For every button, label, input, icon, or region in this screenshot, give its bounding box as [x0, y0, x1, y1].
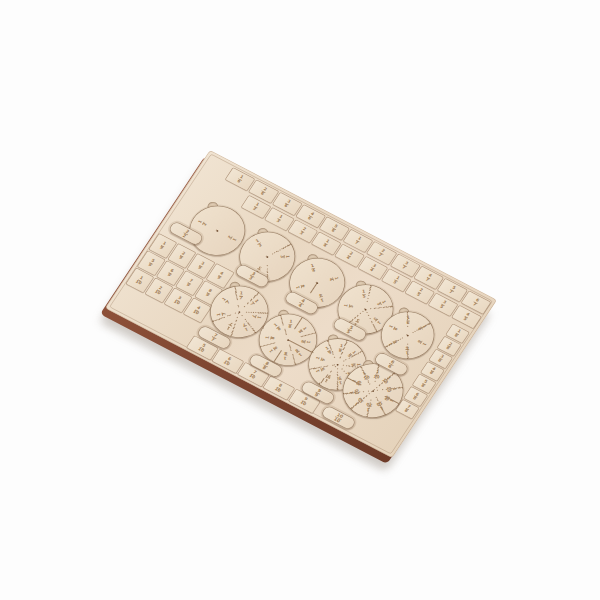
fraction-engraving: 13 [255, 239, 263, 248]
circle-5-sector[interactable]: 15 [344, 301, 355, 311]
circle-5-sector[interactable]: 15 [375, 298, 387, 309]
fraction-engraving: 19 [337, 375, 343, 384]
fraction-engraving: 19 [316, 356, 327, 363]
fraction-engraving: 110 [350, 389, 360, 395]
fraction-engraving: 45 [462, 312, 471, 321]
fraction-engraving: 13 [279, 255, 289, 259]
fraction-engraving: 110 [135, 275, 145, 285]
circle-6-sector[interactable]: 16 [402, 346, 412, 354]
circle-10-sector[interactable]: 110 [363, 402, 375, 411]
fraction-engraving: 14 [318, 293, 324, 302]
fraction-engraving: 110 [373, 370, 381, 380]
fraction-engraving: 19 [324, 373, 333, 382]
fraction-engraving: 34 [369, 263, 378, 272]
fraction-engraving: 56 [330, 224, 339, 233]
fraction-engraving: 18 [273, 323, 282, 332]
fraction-engraving: 46 [306, 212, 315, 221]
fraction-engraving: 16 [236, 175, 245, 184]
circle-7-sector[interactable]: 17 [239, 321, 251, 331]
fraction-engraving: 48 [428, 367, 437, 376]
fraction-engraving: 18 [453, 329, 462, 338]
fraction-engraving: 410 [192, 305, 202, 315]
fraction-engraving: 37 [401, 261, 410, 270]
fraction-engraving: 23 [298, 227, 307, 236]
fraction-engraving: 14 [322, 239, 331, 248]
fraction-engraving: 110 [386, 386, 396, 392]
circle-6-sector[interactable]: 16 [387, 337, 399, 349]
fraction-engraving: 13 [275, 214, 284, 223]
fraction-engraving: 110 [383, 394, 394, 403]
circle-7-sector[interactable]: 17 [250, 311, 261, 322]
fraction-engraving: 17 [354, 236, 363, 245]
fraction-engraving: 79 [185, 278, 194, 287]
circle-center-dot [216, 229, 219, 231]
circle-7-sector[interactable]: 17 [217, 309, 227, 319]
fraction-engraving: 58 [420, 379, 429, 388]
circle-10-sector[interactable]: 110 [350, 388, 360, 398]
circle-10-sector[interactable]: 110 [360, 370, 373, 381]
fraction-engraving: 210 [154, 285, 164, 295]
fraction-engraving: 67 [472, 298, 481, 307]
circle-8-sector[interactable]: 18 [300, 337, 310, 347]
fraction-engraving: 14 [328, 276, 338, 282]
circle-8-sector[interactable]: 18 [296, 324, 309, 336]
fraction-engraving: 910 [299, 396, 309, 406]
circle-10-sector[interactable]: 110 [387, 384, 397, 394]
fraction-engraving: 15 [372, 316, 382, 325]
fraction-engraving: 78 [403, 404, 412, 413]
circle-5-sector[interactable]: 15 [359, 290, 370, 299]
circle-2-sector[interactable]: 12 [197, 217, 210, 229]
fraction-engraving: 110 [381, 375, 392, 385]
fraction-engraving: 59 [147, 258, 156, 267]
fraction-engraving: 12 [227, 234, 238, 242]
fraction-engraving: 89 [204, 288, 213, 297]
fraction-engraving: 49 [216, 271, 225, 280]
circle-9-sector[interactable]: 19 [335, 344, 346, 353]
fraction-engraving: 38 [436, 354, 445, 363]
circle-8-sector[interactable]: 18 [292, 347, 305, 359]
circle-center-dot [372, 390, 375, 392]
fraction-engraving: 66 [387, 359, 396, 369]
fraction-engraving: 18 [294, 348, 303, 357]
fraction-engraving: 110 [376, 401, 385, 411]
circle-5-sector[interactable]: 15 [370, 315, 383, 327]
fraction-engraving: 24 [345, 251, 354, 260]
whole-plugs-layer: 22334455667788991010 [210, 150, 497, 300]
fraction-engraving: 19 [316, 366, 327, 373]
fraction-engraving: 33 [248, 271, 257, 281]
fraction-engraving: 1010 [333, 412, 345, 423]
fraction-engraving: 17 [226, 321, 235, 330]
fraction-engraving: 15 [376, 300, 387, 307]
fraction-engraving: 710 [248, 369, 258, 379]
fraction-engraving: 310 [173, 295, 183, 305]
circle-8-sector[interactable]: 18 [280, 351, 291, 360]
fraction-engraving: 22 [181, 229, 190, 239]
circle-2-sector[interactable]: 12 [226, 232, 239, 244]
circle-4-sector[interactable]: 14 [307, 263, 319, 273]
fraction-engraving: 18 [283, 351, 289, 360]
fraction-engraving: 55 [345, 325, 354, 335]
circle-8-sector[interactable]: 18 [285, 320, 296, 329]
fraction-engraving: 15 [361, 290, 366, 299]
circle-8-sector[interactable]: 18 [265, 333, 275, 343]
fraction-engraving: 18 [269, 345, 279, 353]
fraction-engraving: 610 [223, 356, 233, 366]
fraction-engraving: 810 [274, 383, 284, 393]
fraction-engraving: 12 [198, 219, 209, 227]
circle-8-sector[interactable]: 18 [267, 343, 280, 355]
circle-7-sector[interactable]: 17 [224, 320, 237, 331]
circle-9-sector[interactable]: 19 [345, 348, 358, 360]
fraction-engraving: 16 [405, 345, 409, 354]
fraction-engraving: 19 [158, 241, 167, 250]
fraction-engraving: 44 [297, 298, 306, 308]
fraction-engraving: 29 [178, 251, 187, 260]
circle-7-sector[interactable]: 17 [220, 295, 233, 307]
circle-4-sector[interactable]: 14 [328, 274, 339, 285]
fraction-engraving: 18 [265, 335, 275, 340]
fraction-engraving: 17 [222, 297, 232, 306]
fraction-engraving: 14 [310, 264, 316, 273]
fraction-engraving: 16 [417, 324, 428, 332]
circle-3-sector[interactable]: 13 [280, 252, 289, 261]
fraction-engraving: 14 [296, 284, 306, 290]
fraction-engraving: 68 [411, 392, 420, 401]
circle-7-sector[interactable]: 17 [236, 292, 247, 300]
fraction-engraving: 15 [344, 303, 354, 309]
fraction-engraving: 57 [448, 285, 457, 294]
fraction-engraving: 110 [365, 402, 373, 412]
circle-10-sector[interactable]: 110 [371, 370, 383, 379]
fraction-engraving: 18 [300, 339, 310, 344]
fraction-engraving: 16 [388, 339, 399, 347]
circle-3-sector[interactable]: 13 [253, 238, 266, 249]
fraction-engraving: 16 [389, 324, 400, 332]
fraction-engraving: 17 [249, 299, 259, 307]
fraction-engraving: 17 [251, 313, 262, 319]
fraction-engraving: 77 [210, 332, 219, 342]
fraction-engraving: 18 [288, 320, 294, 329]
circle-center-dot [406, 334, 409, 336]
circle-4-sector[interactable]: 14 [295, 281, 306, 292]
circle-8-sector[interactable]: 18 [271, 321, 284, 333]
circle-9-sector[interactable]: 19 [322, 345, 335, 356]
fraction-engraving: 15 [392, 276, 401, 285]
fraction-engraving: 27 [377, 248, 386, 257]
circle-4-sector[interactable]: 14 [315, 293, 327, 303]
fraction-engraving: 19 [325, 346, 333, 355]
fraction-engraving: 510 [197, 343, 207, 353]
fraction-engraving: 35 [439, 300, 448, 309]
fraction-engraving: 16 [416, 339, 427, 347]
circle-6-sector[interactable]: 16 [403, 317, 413, 325]
fraction-engraving: 25 [415, 288, 424, 297]
circle-center-dot [364, 308, 367, 310]
fraction-engraving: 99 [313, 388, 322, 398]
circle-6-sector[interactable]: 16 [388, 322, 401, 334]
fraction-engraving: 69 [166, 268, 175, 277]
fraction-engraving: 12 [252, 202, 261, 211]
fraction-engraving: 17 [242, 322, 249, 331]
circle-6-sector[interactable]: 16 [416, 322, 428, 334]
circle-center-dot [336, 363, 339, 365]
circle-center-dot [238, 311, 241, 313]
fraction-engraving: 110 [361, 371, 370, 381]
fraction-engraving: 19 [338, 344, 344, 353]
fraction-engraving: 18 [297, 326, 307, 334]
fraction-engraving: 17 [238, 292, 243, 301]
fraction-engraving: 36 [283, 199, 292, 208]
circle-9-sector[interactable]: 19 [322, 372, 335, 383]
circle-center-dot [287, 339, 290, 341]
fraction-engraving: 17 [217, 312, 227, 317]
circle-7-sector[interactable]: 17 [248, 297, 261, 309]
fraction-engraving: 16 [406, 316, 410, 325]
fraction-engraving: 88 [261, 361, 270, 371]
fraction-engraving: 19 [346, 350, 356, 358]
fraction-engraving: 28 [445, 342, 454, 351]
circle-center-dot [316, 282, 319, 284]
circle-center-dot [266, 256, 269, 258]
fraction-engraving: 39 [197, 261, 206, 270]
fraction-engraving: 26 [259, 187, 268, 196]
fraction-engraving: 47 [424, 273, 433, 282]
circle-6-sector[interactable]: 16 [415, 337, 428, 349]
product-photo-scene: 1626364656172737475767 12132314243415253… [0, 0, 600, 600]
